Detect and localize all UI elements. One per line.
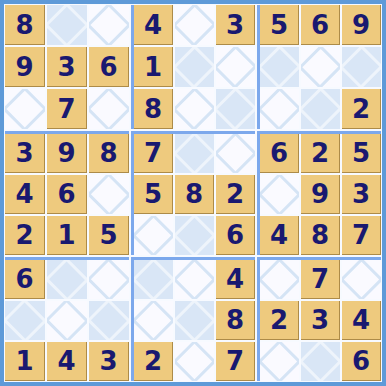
cell-r6c4[interactable]: [134, 216, 173, 255]
cell-r8c2[interactable]: [47, 301, 87, 340]
cell-digit: 9: [352, 10, 370, 40]
diamond-outline-icon: [134, 216, 173, 255]
cell-r4c5[interactable]: [175, 134, 214, 173]
cell-r4c6[interactable]: [216, 134, 255, 173]
cell-r7c5[interactable]: [175, 260, 214, 299]
diamond-outline-icon: [175, 342, 214, 381]
cell-r1c6: 3: [216, 5, 255, 45]
cell-r6c9: 7: [342, 216, 381, 255]
cell-r5c7[interactable]: [260, 175, 299, 214]
diamond-outline-icon: [5, 301, 45, 340]
diamond-outline-icon: [216, 47, 255, 87]
cell-r4c4: 7: [134, 134, 173, 173]
diamond-outline-icon: [175, 134, 214, 173]
diamond-outline-icon: [260, 342, 299, 381]
diamond-outline-icon: [301, 342, 340, 381]
diamond-outline-icon: [47, 5, 87, 45]
cell-digit: 2: [270, 305, 288, 335]
cell-digit: 6: [99, 52, 117, 82]
cell-r7c1: 6: [5, 260, 45, 299]
diamond-outline-icon: [175, 260, 214, 299]
cell-r4c3: 8: [89, 134, 129, 173]
diamond-outline-icon: [175, 301, 214, 340]
cell-digit: 4: [226, 264, 244, 294]
diamond-outline-icon: [260, 260, 299, 299]
cell-r2c3: 6: [89, 47, 129, 87]
cell-r6c7: 4: [260, 216, 299, 255]
box-2-3: 62593487: [257, 131, 381, 255]
cell-r4c8: 2: [301, 134, 340, 173]
cell-digit: 6: [15, 264, 33, 294]
cell-r3c8[interactable]: [301, 89, 340, 129]
cell-digit: 2: [144, 346, 162, 376]
cell-r8c8: 3: [301, 301, 340, 340]
cell-digit: 7: [226, 346, 244, 376]
cell-r8c4[interactable]: [134, 301, 173, 340]
cell-digit: 6: [270, 138, 288, 168]
diamond-outline-icon: [301, 47, 340, 87]
cell-r6c2: 1: [47, 216, 87, 255]
box-1-3: 5692: [257, 5, 381, 129]
cell-r6c6: 6: [216, 216, 255, 255]
cell-r1c9: 9: [342, 5, 381, 45]
cell-digit: 5: [99, 220, 117, 250]
cell-r3c9: 2: [342, 89, 381, 129]
diamond-outline-icon: [89, 175, 129, 214]
diamond-outline-icon: [134, 260, 173, 299]
diamond-outline-icon: [89, 5, 129, 45]
cell-r6c5[interactable]: [175, 216, 214, 255]
cell-digit: 4: [144, 10, 162, 40]
cell-digit: 1: [57, 220, 75, 250]
diamond-outline-icon: [89, 301, 129, 340]
cell-digit: 6: [311, 10, 329, 40]
cell-r9c1: 1: [5, 342, 45, 381]
cell-r7c3[interactable]: [89, 260, 129, 299]
cell-r2c1: 9: [5, 47, 45, 87]
cell-r8c6: 8: [216, 301, 255, 340]
cell-digit: 2: [352, 94, 370, 124]
cell-r1c3[interactable]: [89, 5, 129, 45]
cell-digit: 7: [57, 94, 75, 124]
cell-r8c1[interactable]: [5, 301, 45, 340]
box-3-1: 6143: [5, 257, 129, 381]
cell-r5c9: 3: [342, 175, 381, 214]
cell-r7c9[interactable]: [342, 260, 381, 299]
diamond-outline-icon: [216, 134, 255, 173]
cell-r8c3[interactable]: [89, 301, 129, 340]
cell-r2c8[interactable]: [301, 47, 340, 87]
cell-r8c7: 2: [260, 301, 299, 340]
cell-digit: 5: [144, 179, 162, 209]
diamond-outline-icon: [260, 175, 299, 214]
diamond-outline-icon: [260, 89, 299, 129]
cell-digit: 9: [15, 52, 33, 82]
diamond-outline-icon: [47, 301, 87, 340]
cell-r2c6[interactable]: [216, 47, 255, 87]
cell-r5c5: 8: [175, 175, 214, 214]
cell-r9c9: 6: [342, 342, 381, 381]
cell-digit: 6: [57, 179, 75, 209]
diamond-outline-icon: [342, 47, 381, 87]
cell-r4c1: 3: [5, 134, 45, 173]
sudoku-board: 8936743185692398462157582662593487614348…: [0, 0, 386, 386]
box-2-2: 75826: [131, 131, 255, 255]
cell-digit: 3: [311, 305, 329, 335]
cell-digit: 8: [99, 138, 117, 168]
cell-digit: 8: [226, 305, 244, 335]
cell-r9c5[interactable]: [175, 342, 214, 381]
cell-digit: 4: [270, 220, 288, 250]
cell-r3c3[interactable]: [89, 89, 129, 129]
cell-r6c8: 8: [301, 216, 340, 255]
cell-digit: 6: [226, 220, 244, 250]
diamond-outline-icon: [89, 260, 129, 299]
diamond-outline-icon: [175, 216, 214, 255]
cell-r3c7[interactable]: [260, 89, 299, 129]
cell-r3c2: 7: [47, 89, 87, 129]
cell-r5c8: 9: [301, 175, 340, 214]
cell-r9c8[interactable]: [301, 342, 340, 381]
cell-digit: 7: [311, 264, 329, 294]
cell-digit: 3: [352, 179, 370, 209]
box-3-3: 72346: [257, 257, 381, 381]
cell-digit: 4: [352, 305, 370, 335]
cell-digit: 8: [144, 94, 162, 124]
diamond-outline-icon: [5, 89, 45, 129]
cell-digit: 3: [57, 52, 75, 82]
diamond-outline-icon: [134, 301, 173, 340]
diamond-outline-icon: [301, 89, 340, 129]
cell-digit: 3: [99, 346, 117, 376]
cell-r4c2: 9: [47, 134, 87, 173]
cell-r5c6: 2: [216, 175, 255, 214]
cell-digit: 2: [15, 220, 33, 250]
cell-r7c7[interactable]: [260, 260, 299, 299]
cell-r9c6: 7: [216, 342, 255, 381]
cell-r3c1[interactable]: [5, 89, 45, 129]
cell-r4c9: 5: [342, 134, 381, 173]
diamond-outline-icon: [260, 47, 299, 87]
cell-r5c3[interactable]: [89, 175, 129, 214]
cell-r9c2: 4: [47, 342, 87, 381]
cell-r3c5[interactable]: [175, 89, 214, 129]
cell-digit: 6: [352, 346, 370, 376]
cell-r2c5[interactable]: [175, 47, 214, 87]
cell-digit: 1: [144, 52, 162, 82]
cell-r2c2: 3: [47, 47, 87, 87]
diamond-outline-icon: [175, 5, 214, 45]
diamond-outline-icon: [175, 47, 214, 87]
box-1-1: 89367: [5, 5, 129, 129]
cell-digit: 7: [352, 220, 370, 250]
cell-r6c3: 5: [89, 216, 129, 255]
cell-r1c2[interactable]: [47, 5, 87, 45]
cell-r6c1: 2: [5, 216, 45, 255]
cell-digit: 7: [144, 138, 162, 168]
cell-r5c1: 4: [5, 175, 45, 214]
cell-r8c5[interactable]: [175, 301, 214, 340]
cell-r3c6[interactable]: [216, 89, 255, 129]
cell-digit: 2: [226, 179, 244, 209]
cell-r2c9[interactable]: [342, 47, 381, 87]
cell-digit: 3: [226, 10, 244, 40]
cell-digit: 8: [185, 179, 203, 209]
cell-r7c8: 7: [301, 260, 340, 299]
cell-digit: 5: [352, 138, 370, 168]
cell-digit: 4: [57, 346, 75, 376]
box-3-2: 4827: [131, 257, 255, 381]
cell-r1c1: 8: [5, 5, 45, 45]
diamond-outline-icon: [342, 260, 381, 299]
cell-r1c8: 6: [301, 5, 340, 45]
cell-digit: 9: [57, 138, 75, 168]
cell-digit: 8: [15, 10, 33, 40]
cell-digit: 3: [15, 138, 33, 168]
cell-digit: 2: [311, 138, 329, 168]
cell-r9c3: 3: [89, 342, 129, 381]
cell-r2c7[interactable]: [260, 47, 299, 87]
cell-r5c2: 6: [47, 175, 87, 214]
cell-digit: 4: [15, 179, 33, 209]
cell-r7c6: 4: [216, 260, 255, 299]
cell-r1c5[interactable]: [175, 5, 214, 45]
cell-digit: 5: [270, 10, 288, 40]
cell-r1c4: 4: [134, 5, 173, 45]
diamond-outline-icon: [47, 260, 87, 299]
cell-r9c7[interactable]: [260, 342, 299, 381]
cell-r3c4: 8: [134, 89, 173, 129]
cell-r2c4: 1: [134, 47, 173, 87]
cell-r7c4[interactable]: [134, 260, 173, 299]
box-2-1: 39846215: [5, 131, 129, 255]
diamond-outline-icon: [175, 89, 214, 129]
cell-digit: 8: [311, 220, 329, 250]
diamond-outline-icon: [216, 89, 255, 129]
cell-r1c7: 5: [260, 5, 299, 45]
cell-r5c4: 5: [134, 175, 173, 214]
cell-r7c2[interactable]: [47, 260, 87, 299]
cell-digit: 9: [311, 179, 329, 209]
cell-r8c9: 4: [342, 301, 381, 340]
box-1-2: 4318: [131, 5, 255, 129]
cell-r4c7: 6: [260, 134, 299, 173]
diamond-outline-icon: [89, 89, 129, 129]
cell-r9c4: 2: [134, 342, 173, 381]
cell-digit: 1: [15, 346, 33, 376]
